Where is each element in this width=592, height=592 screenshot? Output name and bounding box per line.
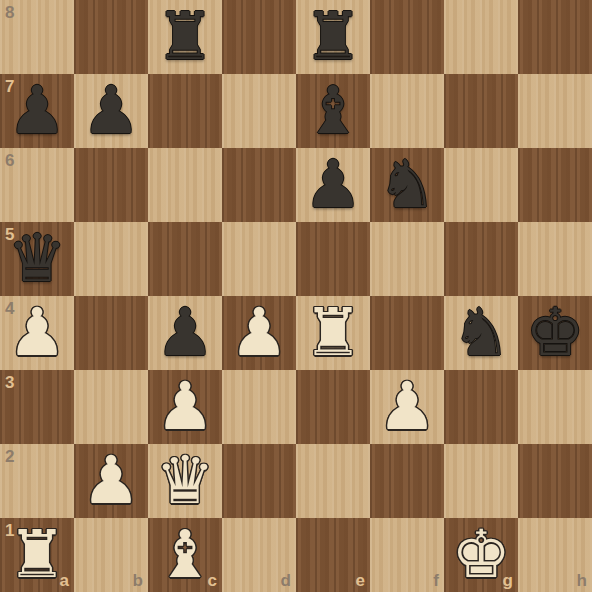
white-bishop-piece[interactable]: ♝ [148,518,222,592]
square-c8[interactable]: ♜ [148,0,222,74]
square-g3[interactable] [444,370,518,444]
black-knight-piece[interactable]: ♞ [444,296,518,370]
black-pawn-piece[interactable]: ♟ [296,148,370,222]
white-pawn-piece[interactable]: ♟ [74,444,148,518]
black-rook-piece[interactable]: ♜ [148,0,222,74]
square-g2[interactable] [444,444,518,518]
square-f6[interactable]: ♞ [370,148,444,222]
square-f1[interactable]: f [370,518,444,592]
square-a6[interactable]: 6 [0,148,74,222]
square-d6[interactable] [222,148,296,222]
square-b7[interactable]: ♟ [74,74,148,148]
square-d7[interactable] [222,74,296,148]
square-h5[interactable] [518,222,592,296]
square-e1[interactable]: e [296,518,370,592]
white-pawn-piece[interactable]: ♟ [222,296,296,370]
square-a4[interactable]: 4♟ [0,296,74,370]
square-a3[interactable]: 3 [0,370,74,444]
white-king-piece[interactable]: ♚ [444,518,518,592]
square-a8[interactable]: 8 [0,0,74,74]
square-a1[interactable]: 1a♜ [0,518,74,592]
black-queen-piece[interactable]: ♛ [0,222,74,296]
black-pawn-piece[interactable]: ♟ [74,74,148,148]
square-d3[interactable] [222,370,296,444]
square-b5[interactable] [74,222,148,296]
file-label-f: f [433,571,439,591]
white-queen-piece[interactable]: ♛ [148,444,222,518]
square-c7[interactable] [148,74,222,148]
square-b4[interactable] [74,296,148,370]
black-bishop-piece[interactable]: ♝ [296,74,370,148]
black-pawn-piece[interactable]: ♟ [148,296,222,370]
chess-board: 8♜♜7♟♟♝6♟♞5♛4♟♟♟♜♞♚3♟♟2♟♛1a♜bc♝defg♚h [0,0,592,592]
black-king-piece[interactable]: ♚ [518,296,592,370]
rank-label-3: 3 [5,373,14,393]
square-c3[interactable]: ♟ [148,370,222,444]
square-c2[interactable]: ♛ [148,444,222,518]
square-b1[interactable]: b [74,518,148,592]
square-d8[interactable] [222,0,296,74]
square-h3[interactable] [518,370,592,444]
square-e2[interactable] [296,444,370,518]
white-rook-piece[interactable]: ♜ [296,296,370,370]
square-d5[interactable] [222,222,296,296]
square-b2[interactable]: ♟ [74,444,148,518]
square-g4[interactable]: ♞ [444,296,518,370]
file-label-e: e [356,571,365,591]
square-c4[interactable]: ♟ [148,296,222,370]
square-e6[interactable]: ♟ [296,148,370,222]
square-g8[interactable] [444,0,518,74]
square-g7[interactable] [444,74,518,148]
square-h6[interactable] [518,148,592,222]
square-e5[interactable] [296,222,370,296]
white-pawn-piece[interactable]: ♟ [0,296,74,370]
black-knight-piece[interactable]: ♞ [370,148,444,222]
square-f7[interactable] [370,74,444,148]
square-c1[interactable]: c♝ [148,518,222,592]
square-g6[interactable] [444,148,518,222]
square-d1[interactable]: d [222,518,296,592]
square-h1[interactable]: h [518,518,592,592]
file-label-b: b [133,571,143,591]
white-rook-piece[interactable]: ♜ [0,518,74,592]
square-c6[interactable] [148,148,222,222]
square-a7[interactable]: 7♟ [0,74,74,148]
file-label-h: h [577,571,587,591]
square-d4[interactable]: ♟ [222,296,296,370]
square-h8[interactable] [518,0,592,74]
square-f4[interactable] [370,296,444,370]
square-e3[interactable] [296,370,370,444]
square-a5[interactable]: 5♛ [0,222,74,296]
square-f3[interactable]: ♟ [370,370,444,444]
square-f5[interactable] [370,222,444,296]
rank-label-2: 2 [5,447,14,467]
square-h4[interactable]: ♚ [518,296,592,370]
square-h7[interactable] [518,74,592,148]
square-f8[interactable] [370,0,444,74]
black-rook-piece[interactable]: ♜ [296,0,370,74]
square-f2[interactable] [370,444,444,518]
square-e7[interactable]: ♝ [296,74,370,148]
square-g1[interactable]: g♚ [444,518,518,592]
square-b6[interactable] [74,148,148,222]
white-pawn-piece[interactable]: ♟ [370,370,444,444]
square-a2[interactable]: 2 [0,444,74,518]
square-d2[interactable] [222,444,296,518]
rank-label-6: 6 [5,151,14,171]
white-pawn-piece[interactable]: ♟ [148,370,222,444]
square-g5[interactable] [444,222,518,296]
square-h2[interactable] [518,444,592,518]
square-c5[interactable] [148,222,222,296]
file-label-d: d [281,571,291,591]
rank-label-8: 8 [5,3,14,23]
black-pawn-piece[interactable]: ♟ [0,74,74,148]
square-e4[interactable]: ♜ [296,296,370,370]
square-e8[interactable]: ♜ [296,0,370,74]
square-b8[interactable] [74,0,148,74]
square-b3[interactable] [74,370,148,444]
